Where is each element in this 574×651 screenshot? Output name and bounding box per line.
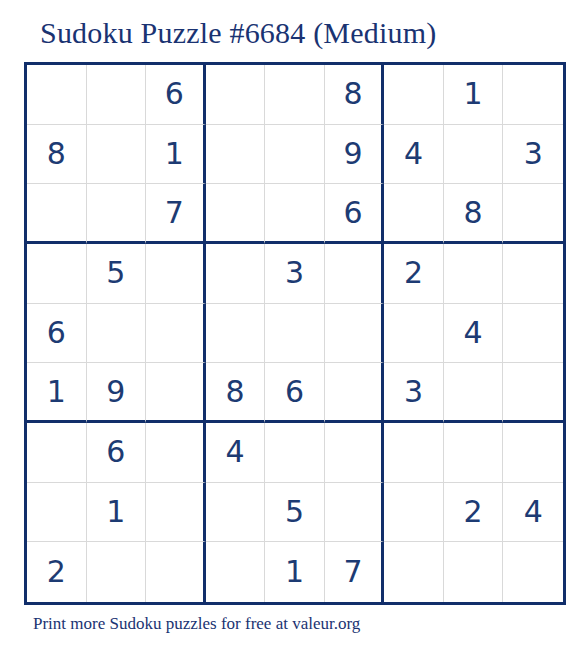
page-title: Sudoku Puzzle #6684 (Medium)	[40, 16, 436, 50]
cell-r2c1: 8	[27, 125, 87, 185]
cell-r3c2[interactable]	[87, 184, 147, 244]
cell-r2c6: 9	[325, 125, 385, 185]
cell-r7c3[interactable]	[146, 423, 206, 483]
cell-r5c3[interactable]	[146, 304, 206, 364]
cell-r1c6: 8	[325, 65, 385, 125]
given-digit: 8	[225, 377, 244, 407]
given-digit: 1	[165, 139, 184, 169]
cell-r6c6[interactable]	[325, 363, 385, 423]
cell-r7c9[interactable]	[503, 423, 563, 483]
cell-r9c2[interactable]	[87, 542, 147, 602]
cell-r7c8[interactable]	[444, 423, 504, 483]
cell-r3c7[interactable]	[384, 184, 444, 244]
given-digit: 6	[165, 79, 184, 109]
cell-r7c5[interactable]	[265, 423, 325, 483]
given-digit: 3	[404, 377, 423, 407]
cell-r5c5[interactable]	[265, 304, 325, 364]
given-digit: 2	[47, 557, 66, 587]
cell-r4c1[interactable]	[27, 244, 87, 304]
cell-r1c5[interactable]	[265, 65, 325, 125]
cell-r4c6[interactable]	[325, 244, 385, 304]
cell-r7c6[interactable]	[325, 423, 385, 483]
given-digit: 7	[344, 557, 363, 587]
cell-r5c1: 6	[27, 304, 87, 364]
cell-r6c3[interactable]	[146, 363, 206, 423]
cell-r8c2: 1	[87, 483, 147, 543]
cell-r9c9[interactable]	[503, 542, 563, 602]
cell-r8c5: 5	[265, 483, 325, 543]
cell-r6c4: 8	[206, 363, 266, 423]
cell-r5c4[interactable]	[206, 304, 266, 364]
cell-r9c5: 1	[265, 542, 325, 602]
given-digit: 9	[344, 139, 363, 169]
given-digit: 6	[285, 377, 304, 407]
given-digit: 8	[47, 139, 66, 169]
given-digit: 9	[106, 377, 125, 407]
cell-r2c3: 1	[146, 125, 206, 185]
cell-r9c8[interactable]	[444, 542, 504, 602]
cell-r2c8[interactable]	[444, 125, 504, 185]
footer-text: Print more Sudoku puzzles for free at va…	[33, 614, 360, 634]
cell-r2c5[interactable]	[265, 125, 325, 185]
cell-r3c5[interactable]	[265, 184, 325, 244]
cell-r8c4[interactable]	[206, 483, 266, 543]
cell-r8c6[interactable]	[325, 483, 385, 543]
cell-r1c3: 6	[146, 65, 206, 125]
given-digit: 2	[404, 258, 423, 288]
sudoku-board: 681819437685326419863641524217	[24, 62, 566, 605]
cell-r4c9[interactable]	[503, 244, 563, 304]
cell-r2c4[interactable]	[206, 125, 266, 185]
cell-r9c1: 2	[27, 542, 87, 602]
cell-r3c3: 7	[146, 184, 206, 244]
given-digit: 1	[285, 557, 304, 587]
given-digit: 2	[464, 497, 483, 527]
given-digit: 6	[344, 198, 363, 228]
cell-r7c4: 4	[206, 423, 266, 483]
cell-r3c6: 6	[325, 184, 385, 244]
cell-r7c1[interactable]	[27, 423, 87, 483]
cell-r2c7: 4	[384, 125, 444, 185]
cell-r5c9[interactable]	[503, 304, 563, 364]
cell-r7c2: 6	[87, 423, 147, 483]
cell-r6c7: 3	[384, 363, 444, 423]
cell-r3c1[interactable]	[27, 184, 87, 244]
cell-r6c9[interactable]	[503, 363, 563, 423]
given-digit: 1	[464, 79, 483, 109]
given-digit: 3	[524, 139, 543, 169]
cell-r8c3[interactable]	[146, 483, 206, 543]
given-digit: 3	[285, 258, 304, 288]
cell-r6c2: 9	[87, 363, 147, 423]
sudoku-page: Sudoku Puzzle #6684 (Medium) 68181943768…	[0, 0, 574, 651]
given-digit: 7	[165, 198, 184, 228]
given-digit: 6	[47, 318, 66, 348]
cell-r8c7[interactable]	[384, 483, 444, 543]
cell-r4c3[interactable]	[146, 244, 206, 304]
cell-r5c6[interactable]	[325, 304, 385, 364]
cell-r4c2: 5	[87, 244, 147, 304]
cell-r3c9[interactable]	[503, 184, 563, 244]
cell-r2c2[interactable]	[87, 125, 147, 185]
cell-r1c1[interactable]	[27, 65, 87, 125]
cell-r9c6: 7	[325, 542, 385, 602]
cell-r8c8: 2	[444, 483, 504, 543]
given-digit: 5	[285, 497, 304, 527]
given-digit: 5	[106, 258, 125, 288]
cell-r3c4[interactable]	[206, 184, 266, 244]
cell-r1c7[interactable]	[384, 65, 444, 125]
cell-r5c2[interactable]	[87, 304, 147, 364]
cell-r1c9[interactable]	[503, 65, 563, 125]
given-digit: 4	[404, 139, 423, 169]
cell-r9c4[interactable]	[206, 542, 266, 602]
given-digit: 4	[464, 318, 483, 348]
cell-r4c8[interactable]	[444, 244, 504, 304]
given-digit: 1	[106, 497, 125, 527]
cell-r5c8: 4	[444, 304, 504, 364]
cell-r4c5: 3	[265, 244, 325, 304]
given-digit: 8	[464, 198, 483, 228]
cell-r2c9: 3	[503, 125, 563, 185]
cell-r4c7: 2	[384, 244, 444, 304]
cell-r6c5: 6	[265, 363, 325, 423]
given-digit: 6	[106, 437, 125, 467]
cell-r5c7[interactable]	[384, 304, 444, 364]
cell-r4c4[interactable]	[206, 244, 266, 304]
given-digit: 4	[524, 497, 543, 527]
cell-r6c1: 1	[27, 363, 87, 423]
cell-r3c8: 8	[444, 184, 504, 244]
cell-r9c3[interactable]	[146, 542, 206, 602]
cell-r9c7[interactable]	[384, 542, 444, 602]
cell-r7c7[interactable]	[384, 423, 444, 483]
cell-r8c9: 4	[503, 483, 563, 543]
cell-r1c4[interactable]	[206, 65, 266, 125]
given-digit: 8	[344, 79, 363, 109]
cell-r1c2[interactable]	[87, 65, 147, 125]
cell-r1c8: 1	[444, 65, 504, 125]
cell-r6c8[interactable]	[444, 363, 504, 423]
given-digit: 4	[225, 437, 244, 467]
cell-r8c1[interactable]	[27, 483, 87, 543]
given-digit: 1	[47, 377, 66, 407]
